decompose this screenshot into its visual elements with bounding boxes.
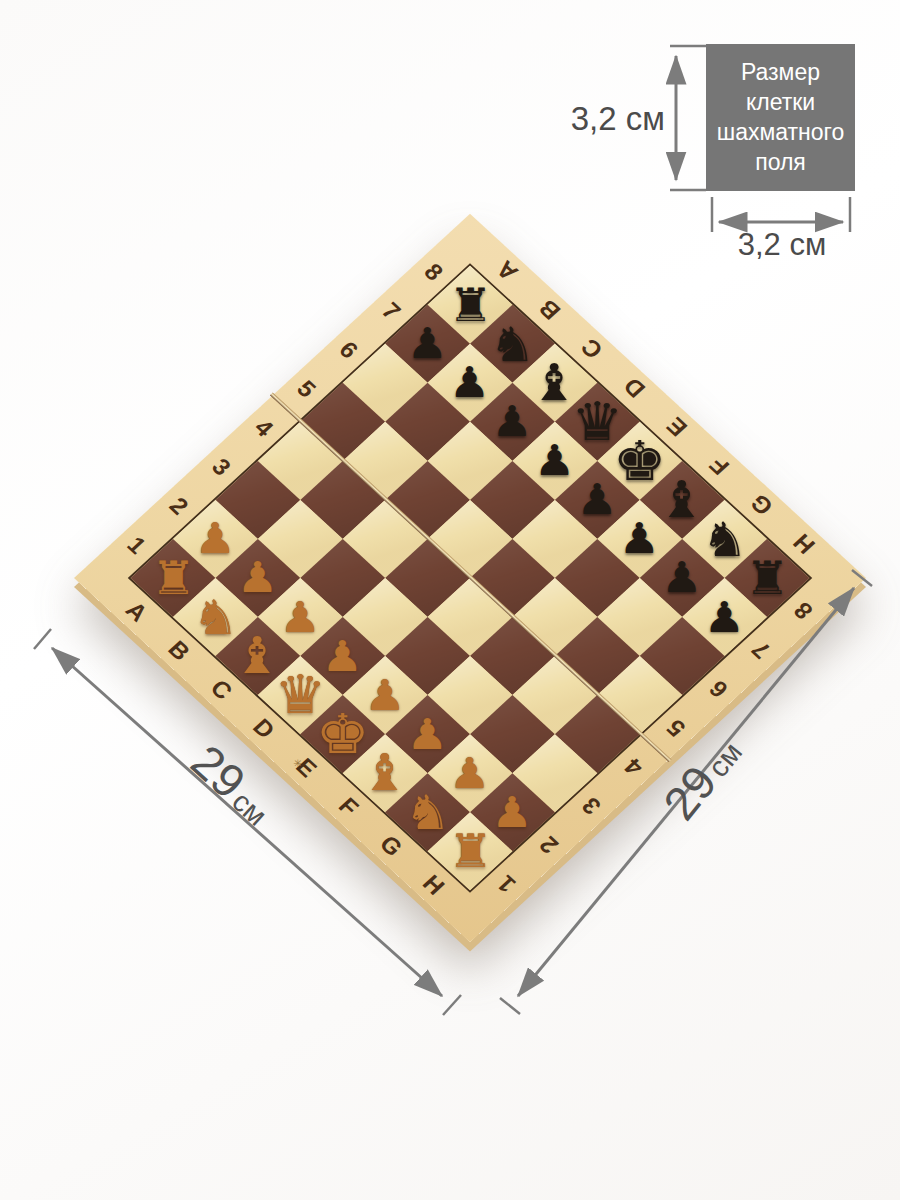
product-photo-scene: ABCDEFGH ABCDEFGH 87654321 87654321 ✳ ♜♞… [0, 0, 900, 1200]
callout-line: шахматного [706, 117, 855, 147]
cell-height-label: 3,2 см [505, 100, 665, 138]
cell-width-label: 3,2 см [712, 227, 852, 263]
board-frame: ABCDEFGH ABCDEFGH 87654321 87654321 ✳ ♜♞… [74, 214, 866, 943]
tick [500, 998, 520, 1014]
tick [34, 629, 51, 649]
chess-board: ABCDEFGH ABCDEFGH 87654321 87654321 ✳ ♜♞… [74, 214, 866, 943]
cell-size-callout: Размер клетки шахматного поля [706, 44, 855, 191]
callout-line: поля [706, 147, 855, 177]
callout-line: клетки [706, 87, 855, 117]
tick [443, 995, 461, 1015]
callout-line: Размер [706, 57, 855, 87]
